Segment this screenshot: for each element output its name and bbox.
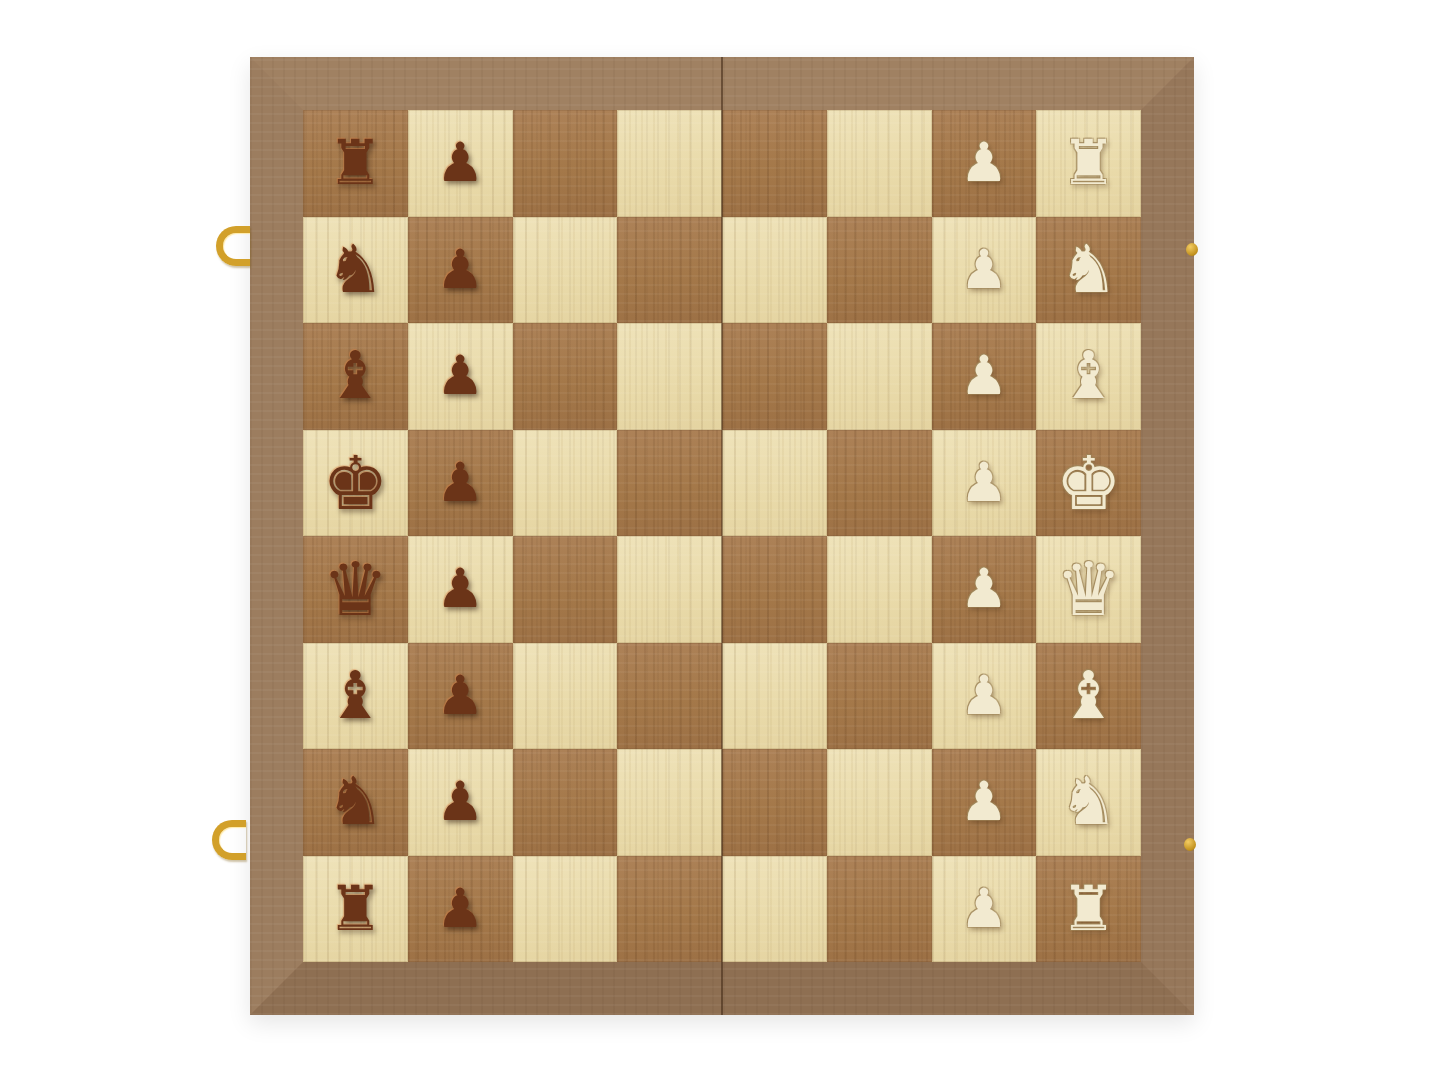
square-d2[interactable]: ♟ (932, 536, 1037, 643)
square-h5[interactable] (617, 110, 722, 217)
square-d6[interactable] (513, 536, 618, 643)
square-e4[interactable] (722, 430, 827, 537)
piece-black-bishop[interactable]: ♝ (326, 663, 385, 729)
piece-black-rook[interactable]: ♜ (328, 878, 384, 940)
square-b8[interactable]: ♞ (303, 749, 408, 856)
fold-seam (721, 57, 723, 1015)
square-b3[interactable] (827, 749, 932, 856)
square-b7[interactable]: ♟ (408, 749, 513, 856)
square-e1[interactable]: ♚ (1036, 430, 1141, 537)
piece-white-pawn[interactable]: ♟ (960, 349, 1008, 403)
square-d3[interactable] (827, 536, 932, 643)
piece-black-pawn[interactable]: ♟ (436, 456, 484, 510)
square-a2[interactable]: ♟ (932, 856, 1037, 963)
piece-white-bishop[interactable]: ♝ (1059, 663, 1118, 729)
piece-white-pawn[interactable]: ♟ (960, 882, 1008, 936)
piece-white-queen[interactable]: ♛ (1055, 552, 1121, 626)
square-e8[interactable]: ♚ (303, 430, 408, 537)
square-c7[interactable]: ♟ (408, 643, 513, 750)
square-c4[interactable] (722, 643, 827, 750)
piece-black-knight[interactable]: ♞ (326, 237, 385, 303)
square-f2[interactable]: ♟ (932, 323, 1037, 430)
piece-black-king[interactable]: ♚ (322, 446, 388, 520)
square-h1[interactable]: ♜ (1036, 110, 1141, 217)
square-h6[interactable] (513, 110, 618, 217)
square-a8[interactable]: ♜ (303, 856, 408, 963)
piece-black-pawn[interactable]: ♟ (436, 243, 484, 297)
square-h4[interactable] (722, 110, 827, 217)
square-c6[interactable] (513, 643, 618, 750)
brass-hinge-pin-bottom (1184, 838, 1196, 851)
square-g3[interactable] (827, 217, 932, 324)
piece-white-bishop[interactable]: ♝ (1059, 343, 1118, 409)
photo-scene: ♜♟♟♜♞♟♟♞♝♟♟♝♚♟♟♚♛♟♟♛♝♟♟♝♞♟♟♞♜♟♟♜ (0, 0, 1445, 1084)
square-d4[interactable] (722, 536, 827, 643)
square-b4[interactable] (722, 749, 827, 856)
square-h3[interactable] (827, 110, 932, 217)
piece-white-rook[interactable]: ♜ (1061, 132, 1117, 194)
square-d8[interactable]: ♛ (303, 536, 408, 643)
square-d5[interactable] (617, 536, 722, 643)
square-d1[interactable]: ♛ (1036, 536, 1141, 643)
piece-black-pawn[interactable]: ♟ (436, 349, 484, 403)
piece-black-pawn[interactable]: ♟ (436, 775, 484, 829)
chess-board: ♜♟♟♜♞♟♟♞♝♟♟♝♚♟♟♚♛♟♟♛♝♟♟♝♞♟♟♞♜♟♟♜ (250, 57, 1194, 1015)
square-c8[interactable]: ♝ (303, 643, 408, 750)
piece-white-pawn[interactable]: ♟ (960, 136, 1008, 190)
piece-white-knight[interactable]: ♞ (1059, 769, 1118, 835)
square-a1[interactable]: ♜ (1036, 856, 1141, 963)
square-h7[interactable]: ♟ (408, 110, 513, 217)
square-f1[interactable]: ♝ (1036, 323, 1141, 430)
piece-black-queen[interactable]: ♛ (322, 552, 388, 626)
piece-white-pawn[interactable]: ♟ (960, 775, 1008, 829)
square-f7[interactable]: ♟ (408, 323, 513, 430)
piece-white-king[interactable]: ♚ (1055, 446, 1121, 520)
square-a7[interactable]: ♟ (408, 856, 513, 963)
square-a3[interactable] (827, 856, 932, 963)
square-e6[interactable] (513, 430, 618, 537)
square-e5[interactable] (617, 430, 722, 537)
piece-white-knight[interactable]: ♞ (1059, 237, 1118, 303)
square-c5[interactable] (617, 643, 722, 750)
square-b2[interactable]: ♟ (932, 749, 1037, 856)
piece-white-pawn[interactable]: ♟ (960, 243, 1008, 297)
piece-black-bishop[interactable]: ♝ (326, 343, 385, 409)
piece-black-pawn[interactable]: ♟ (436, 882, 484, 936)
square-g5[interactable] (617, 217, 722, 324)
square-g8[interactable]: ♞ (303, 217, 408, 324)
square-b6[interactable] (513, 749, 618, 856)
square-g4[interactable] (722, 217, 827, 324)
piece-white-rook[interactable]: ♜ (1061, 878, 1117, 940)
square-d7[interactable]: ♟ (408, 536, 513, 643)
brass-clasp-top (216, 226, 250, 266)
brass-clasp-bottom (212, 820, 246, 860)
square-f5[interactable] (617, 323, 722, 430)
piece-white-pawn[interactable]: ♟ (960, 669, 1008, 723)
square-c1[interactable]: ♝ (1036, 643, 1141, 750)
square-g7[interactable]: ♟ (408, 217, 513, 324)
square-e2[interactable]: ♟ (932, 430, 1037, 537)
square-h2[interactable]: ♟ (932, 110, 1037, 217)
piece-white-pawn[interactable]: ♟ (960, 456, 1008, 510)
square-h8[interactable]: ♜ (303, 110, 408, 217)
square-g1[interactable]: ♞ (1036, 217, 1141, 324)
square-c2[interactable]: ♟ (932, 643, 1037, 750)
square-a6[interactable] (513, 856, 618, 963)
piece-black-pawn[interactable]: ♟ (436, 669, 484, 723)
piece-white-pawn[interactable]: ♟ (960, 562, 1008, 616)
brass-hinge-pin-top (1186, 243, 1198, 256)
square-b5[interactable] (617, 749, 722, 856)
piece-black-knight[interactable]: ♞ (326, 769, 385, 835)
square-a5[interactable] (617, 856, 722, 963)
square-f6[interactable] (513, 323, 618, 430)
square-e7[interactable]: ♟ (408, 430, 513, 537)
piece-black-rook[interactable]: ♜ (328, 132, 384, 194)
square-f8[interactable]: ♝ (303, 323, 408, 430)
square-f4[interactable] (722, 323, 827, 430)
square-g2[interactable]: ♟ (932, 217, 1037, 324)
piece-black-pawn[interactable]: ♟ (436, 562, 484, 616)
piece-black-pawn[interactable]: ♟ (436, 136, 484, 190)
square-a4[interactable] (722, 856, 827, 963)
square-f3[interactable] (827, 323, 932, 430)
square-c3[interactable] (827, 643, 932, 750)
square-b1[interactable]: ♞ (1036, 749, 1141, 856)
square-g6[interactable] (513, 217, 618, 324)
square-e3[interactable] (827, 430, 932, 537)
